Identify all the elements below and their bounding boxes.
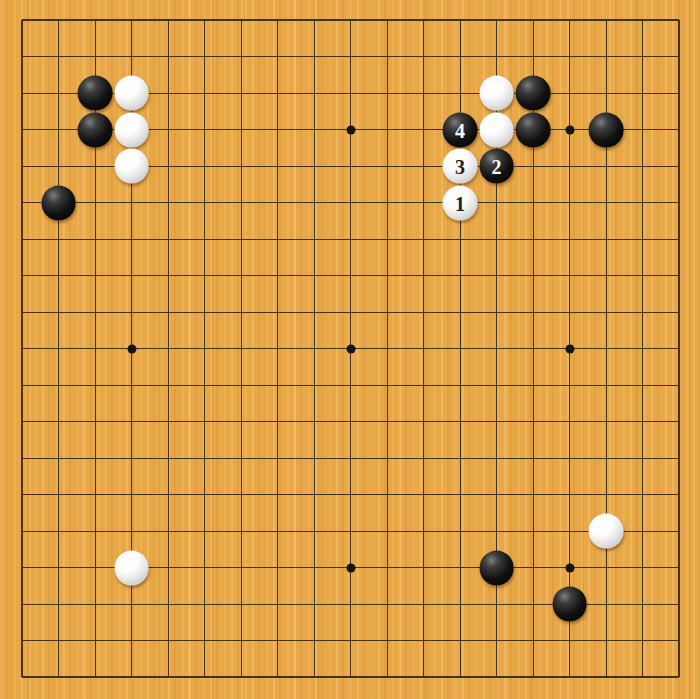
board-point[interactable] bbox=[186, 404, 223, 441]
board-point[interactable] bbox=[478, 221, 515, 258]
board-point[interactable] bbox=[186, 550, 223, 587]
board-point[interactable] bbox=[332, 148, 369, 185]
board-point[interactable] bbox=[223, 623, 260, 660]
board-point[interactable] bbox=[551, 148, 588, 185]
board-point[interactable] bbox=[551, 550, 588, 587]
board-point[interactable] bbox=[442, 39, 479, 76]
board-point[interactable] bbox=[186, 148, 223, 185]
board-point[interactable] bbox=[478, 112, 515, 149]
board-point[interactable] bbox=[296, 477, 333, 514]
board-point[interactable] bbox=[478, 75, 515, 112]
board-point[interactable] bbox=[40, 331, 77, 368]
board-point[interactable] bbox=[369, 513, 406, 550]
board-point[interactable] bbox=[588, 586, 625, 623]
board-point[interactable] bbox=[186, 367, 223, 404]
board-point[interactable] bbox=[296, 221, 333, 258]
board-point[interactable] bbox=[77, 331, 114, 368]
board-point[interactable] bbox=[332, 2, 369, 39]
board-point[interactable] bbox=[515, 331, 552, 368]
board-point[interactable] bbox=[661, 440, 698, 477]
board-point[interactable] bbox=[624, 513, 661, 550]
board-point[interactable] bbox=[369, 2, 406, 39]
board-point[interactable] bbox=[515, 367, 552, 404]
board-point[interactable] bbox=[442, 331, 479, 368]
board-point[interactable] bbox=[369, 221, 406, 258]
board-point[interactable] bbox=[186, 477, 223, 514]
board-point[interactable] bbox=[4, 550, 41, 587]
board-point[interactable] bbox=[369, 586, 406, 623]
board-point[interactable] bbox=[478, 39, 515, 76]
board-point[interactable] bbox=[40, 477, 77, 514]
board-point[interactable] bbox=[4, 258, 41, 295]
board-point[interactable] bbox=[77, 148, 114, 185]
board-point[interactable] bbox=[515, 39, 552, 76]
board-point[interactable] bbox=[186, 39, 223, 76]
board-point[interactable] bbox=[624, 331, 661, 368]
board-point[interactable] bbox=[588, 367, 625, 404]
board-point[interactable] bbox=[113, 112, 150, 149]
board-point[interactable] bbox=[296, 75, 333, 112]
board-point[interactable] bbox=[223, 440, 260, 477]
board-point[interactable] bbox=[40, 2, 77, 39]
board-point[interactable] bbox=[405, 550, 442, 587]
board-point[interactable] bbox=[4, 440, 41, 477]
board-point[interactable]: 2 bbox=[478, 148, 515, 185]
board-point[interactable] bbox=[186, 331, 223, 368]
board-point[interactable] bbox=[405, 221, 442, 258]
board-point[interactable] bbox=[259, 623, 296, 660]
board-point[interactable] bbox=[588, 477, 625, 514]
board-point[interactable] bbox=[588, 331, 625, 368]
board-point[interactable] bbox=[223, 477, 260, 514]
board-point[interactable] bbox=[77, 294, 114, 331]
board-point[interactable] bbox=[296, 331, 333, 368]
board-point[interactable] bbox=[113, 258, 150, 295]
board-point[interactable] bbox=[259, 258, 296, 295]
board-point[interactable] bbox=[478, 659, 515, 696]
board-point[interactable] bbox=[259, 39, 296, 76]
board-point[interactable] bbox=[624, 550, 661, 587]
board-point[interactable] bbox=[588, 623, 625, 660]
board-point[interactable] bbox=[259, 2, 296, 39]
board-point[interactable] bbox=[113, 294, 150, 331]
board-point[interactable] bbox=[150, 623, 187, 660]
board-point[interactable] bbox=[40, 185, 77, 222]
board-point[interactable] bbox=[405, 148, 442, 185]
board-point[interactable] bbox=[661, 513, 698, 550]
board-point[interactable] bbox=[661, 185, 698, 222]
board-point[interactable] bbox=[661, 623, 698, 660]
board-point[interactable] bbox=[551, 659, 588, 696]
board-point[interactable] bbox=[223, 367, 260, 404]
board-point[interactable] bbox=[624, 623, 661, 660]
board-point[interactable] bbox=[150, 258, 187, 295]
board-point[interactable] bbox=[332, 550, 369, 587]
board-point[interactable] bbox=[369, 550, 406, 587]
board-point[interactable] bbox=[332, 39, 369, 76]
board-point[interactable] bbox=[405, 185, 442, 222]
board-point[interactable] bbox=[40, 440, 77, 477]
board-point[interactable] bbox=[661, 258, 698, 295]
board-point[interactable] bbox=[369, 623, 406, 660]
board-point[interactable] bbox=[77, 440, 114, 477]
board-point[interactable] bbox=[551, 477, 588, 514]
board-point[interactable] bbox=[369, 659, 406, 696]
board-point[interactable] bbox=[150, 331, 187, 368]
board-point[interactable] bbox=[113, 148, 150, 185]
board-point[interactable] bbox=[661, 221, 698, 258]
board-point[interactable] bbox=[588, 185, 625, 222]
board-point[interactable] bbox=[296, 440, 333, 477]
board-point[interactable] bbox=[515, 477, 552, 514]
board-point[interactable] bbox=[4, 75, 41, 112]
board-point[interactable] bbox=[150, 185, 187, 222]
board-point[interactable] bbox=[515, 112, 552, 149]
board-point[interactable] bbox=[4, 367, 41, 404]
board-point[interactable] bbox=[4, 185, 41, 222]
board-point[interactable] bbox=[4, 513, 41, 550]
board-point[interactable] bbox=[223, 148, 260, 185]
board-point[interactable] bbox=[186, 221, 223, 258]
board-point[interactable] bbox=[296, 513, 333, 550]
board-point[interactable] bbox=[405, 477, 442, 514]
board-point[interactable] bbox=[588, 258, 625, 295]
board-point[interactable] bbox=[551, 112, 588, 149]
board-point[interactable] bbox=[77, 586, 114, 623]
board-point[interactable] bbox=[259, 112, 296, 149]
board-point[interactable] bbox=[624, 112, 661, 149]
board-point[interactable] bbox=[113, 659, 150, 696]
board-point[interactable] bbox=[405, 258, 442, 295]
board-point[interactable] bbox=[551, 586, 588, 623]
board-point[interactable] bbox=[223, 185, 260, 222]
board-point[interactable] bbox=[40, 623, 77, 660]
board-point[interactable] bbox=[624, 258, 661, 295]
board-point[interactable] bbox=[624, 404, 661, 441]
board-point[interactable] bbox=[369, 39, 406, 76]
board-point[interactable] bbox=[4, 477, 41, 514]
board-point[interactable] bbox=[4, 221, 41, 258]
board-point[interactable] bbox=[588, 75, 625, 112]
board-point[interactable] bbox=[77, 75, 114, 112]
board-point[interactable] bbox=[4, 659, 41, 696]
board-point[interactable] bbox=[661, 586, 698, 623]
board-point[interactable] bbox=[40, 586, 77, 623]
board-point[interactable] bbox=[223, 659, 260, 696]
board-point[interactable] bbox=[259, 550, 296, 587]
board-point[interactable] bbox=[442, 221, 479, 258]
board-point[interactable] bbox=[588, 2, 625, 39]
board-point[interactable] bbox=[478, 440, 515, 477]
board-point[interactable] bbox=[77, 404, 114, 441]
board-point[interactable] bbox=[150, 39, 187, 76]
board-point[interactable] bbox=[259, 148, 296, 185]
board-point[interactable] bbox=[551, 367, 588, 404]
board-point[interactable] bbox=[332, 440, 369, 477]
board-point[interactable] bbox=[661, 294, 698, 331]
board-point[interactable] bbox=[442, 440, 479, 477]
board-point[interactable] bbox=[150, 75, 187, 112]
board-point[interactable] bbox=[515, 623, 552, 660]
board-point[interactable] bbox=[551, 221, 588, 258]
board-point[interactable] bbox=[624, 185, 661, 222]
board-point[interactable] bbox=[259, 659, 296, 696]
board-point[interactable] bbox=[4, 586, 41, 623]
board-point[interactable] bbox=[186, 75, 223, 112]
board-point[interactable] bbox=[515, 659, 552, 696]
board-point[interactable] bbox=[296, 550, 333, 587]
board-point[interactable] bbox=[186, 623, 223, 660]
board-point[interactable] bbox=[332, 294, 369, 331]
board-point[interactable] bbox=[223, 513, 260, 550]
board-point[interactable] bbox=[4, 2, 41, 39]
board-point[interactable] bbox=[551, 440, 588, 477]
board-point[interactable] bbox=[113, 440, 150, 477]
board-point[interactable] bbox=[405, 75, 442, 112]
board-point[interactable] bbox=[150, 477, 187, 514]
board-point[interactable] bbox=[113, 39, 150, 76]
board-point[interactable] bbox=[624, 148, 661, 185]
board-point[interactable] bbox=[40, 367, 77, 404]
board-point[interactable] bbox=[186, 2, 223, 39]
board-point[interactable]: 3 bbox=[442, 148, 479, 185]
board-point[interactable] bbox=[369, 148, 406, 185]
board-point[interactable] bbox=[405, 623, 442, 660]
board-point[interactable] bbox=[661, 404, 698, 441]
board-point[interactable] bbox=[77, 367, 114, 404]
board-point[interactable] bbox=[661, 148, 698, 185]
board-point[interactable] bbox=[150, 294, 187, 331]
board-point[interactable]: 4 bbox=[442, 112, 479, 149]
board-point[interactable] bbox=[405, 2, 442, 39]
board-point[interactable] bbox=[624, 367, 661, 404]
board-point[interactable] bbox=[186, 586, 223, 623]
board-point[interactable] bbox=[442, 586, 479, 623]
board-point[interactable] bbox=[4, 294, 41, 331]
board-point[interactable] bbox=[332, 477, 369, 514]
board-point[interactable] bbox=[113, 367, 150, 404]
board-point[interactable] bbox=[405, 39, 442, 76]
board-point[interactable] bbox=[332, 75, 369, 112]
board-point[interactable] bbox=[40, 258, 77, 295]
board-point[interactable] bbox=[551, 404, 588, 441]
board-point[interactable] bbox=[624, 221, 661, 258]
board-point[interactable] bbox=[113, 550, 150, 587]
board-point[interactable] bbox=[296, 367, 333, 404]
board-point[interactable] bbox=[296, 39, 333, 76]
board-point[interactable] bbox=[515, 258, 552, 295]
board-point[interactable] bbox=[442, 513, 479, 550]
board-point[interactable] bbox=[515, 513, 552, 550]
board-point[interactable] bbox=[624, 659, 661, 696]
board-point[interactable] bbox=[624, 39, 661, 76]
board-point[interactable] bbox=[478, 367, 515, 404]
board-point[interactable] bbox=[150, 440, 187, 477]
board-point[interactable] bbox=[588, 148, 625, 185]
board-point[interactable] bbox=[259, 331, 296, 368]
board-point[interactable] bbox=[40, 112, 77, 149]
board-point[interactable] bbox=[405, 586, 442, 623]
board-point[interactable] bbox=[259, 221, 296, 258]
board-point[interactable] bbox=[296, 586, 333, 623]
board-point[interactable] bbox=[661, 39, 698, 76]
board-point[interactable] bbox=[478, 586, 515, 623]
board-point[interactable] bbox=[150, 221, 187, 258]
board-point[interactable] bbox=[551, 331, 588, 368]
board-point[interactable] bbox=[551, 185, 588, 222]
board-point[interactable] bbox=[624, 440, 661, 477]
board-point[interactable] bbox=[588, 294, 625, 331]
board-point[interactable] bbox=[405, 294, 442, 331]
board-point[interactable] bbox=[551, 258, 588, 295]
board-point[interactable] bbox=[223, 258, 260, 295]
board-point[interactable] bbox=[588, 550, 625, 587]
board-point[interactable] bbox=[4, 623, 41, 660]
board-point[interactable] bbox=[588, 404, 625, 441]
board-point[interactable] bbox=[515, 550, 552, 587]
board-point[interactable] bbox=[259, 294, 296, 331]
board-point[interactable] bbox=[551, 75, 588, 112]
board-point[interactable] bbox=[223, 331, 260, 368]
board-point[interactable] bbox=[332, 513, 369, 550]
board-point[interactable] bbox=[77, 550, 114, 587]
board-point[interactable] bbox=[150, 513, 187, 550]
board-point[interactable] bbox=[405, 404, 442, 441]
board-point[interactable] bbox=[77, 221, 114, 258]
board-point[interactable] bbox=[223, 294, 260, 331]
board-point[interactable] bbox=[150, 148, 187, 185]
board-point[interactable] bbox=[186, 513, 223, 550]
board-point[interactable] bbox=[369, 185, 406, 222]
board-point[interactable] bbox=[515, 440, 552, 477]
board-point[interactable] bbox=[77, 112, 114, 149]
board-point[interactable] bbox=[186, 294, 223, 331]
board-point[interactable] bbox=[332, 331, 369, 368]
board-point[interactable] bbox=[369, 404, 406, 441]
board-point[interactable] bbox=[332, 185, 369, 222]
board-point[interactable] bbox=[332, 221, 369, 258]
board-point[interactable] bbox=[4, 112, 41, 149]
board-point[interactable] bbox=[296, 659, 333, 696]
board-point[interactable] bbox=[369, 477, 406, 514]
board-point[interactable] bbox=[442, 550, 479, 587]
board-point[interactable] bbox=[77, 39, 114, 76]
board-point[interactable] bbox=[113, 623, 150, 660]
board-point[interactable] bbox=[661, 477, 698, 514]
board-point[interactable] bbox=[442, 659, 479, 696]
board-point[interactable] bbox=[77, 623, 114, 660]
board-point[interactable] bbox=[332, 367, 369, 404]
board-point[interactable] bbox=[515, 221, 552, 258]
board-point[interactable] bbox=[624, 2, 661, 39]
board-point[interactable] bbox=[332, 623, 369, 660]
board-point[interactable] bbox=[113, 477, 150, 514]
board-point[interactable] bbox=[661, 2, 698, 39]
board-point[interactable] bbox=[259, 404, 296, 441]
board-point[interactable] bbox=[150, 404, 187, 441]
board-point[interactable] bbox=[624, 586, 661, 623]
board-point[interactable] bbox=[77, 659, 114, 696]
board-point[interactable] bbox=[551, 294, 588, 331]
board-point[interactable] bbox=[551, 2, 588, 39]
board-point[interactable] bbox=[661, 75, 698, 112]
board-point[interactable] bbox=[405, 367, 442, 404]
board-point[interactable] bbox=[223, 2, 260, 39]
board-point[interactable] bbox=[4, 404, 41, 441]
board-point[interactable] bbox=[551, 623, 588, 660]
board-point[interactable]: 1 bbox=[442, 185, 479, 222]
board-point[interactable] bbox=[77, 185, 114, 222]
board-point[interactable] bbox=[442, 404, 479, 441]
board-point[interactable] bbox=[223, 550, 260, 587]
board-point[interactable] bbox=[369, 112, 406, 149]
board-point[interactable] bbox=[442, 477, 479, 514]
board-point[interactable] bbox=[113, 404, 150, 441]
board-point[interactable] bbox=[40, 221, 77, 258]
board-point[interactable] bbox=[259, 367, 296, 404]
board-point[interactable] bbox=[77, 258, 114, 295]
board-point[interactable] bbox=[478, 623, 515, 660]
board-point[interactable] bbox=[588, 659, 625, 696]
board-point[interactable] bbox=[113, 513, 150, 550]
board-point[interactable] bbox=[442, 75, 479, 112]
board-point[interactable] bbox=[150, 2, 187, 39]
board-point[interactable] bbox=[369, 331, 406, 368]
board-point[interactable] bbox=[150, 659, 187, 696]
board-point[interactable] bbox=[296, 404, 333, 441]
board-point[interactable] bbox=[40, 404, 77, 441]
board-point[interactable] bbox=[661, 331, 698, 368]
board-point[interactable] bbox=[588, 513, 625, 550]
board-point[interactable] bbox=[259, 440, 296, 477]
board-point[interactable] bbox=[150, 550, 187, 587]
board-point[interactable] bbox=[40, 659, 77, 696]
board-point[interactable] bbox=[186, 659, 223, 696]
board-point[interactable] bbox=[77, 513, 114, 550]
board-point[interactable] bbox=[515, 586, 552, 623]
board-point[interactable] bbox=[186, 185, 223, 222]
board-point[interactable] bbox=[478, 513, 515, 550]
board-point[interactable] bbox=[515, 75, 552, 112]
board-point[interactable] bbox=[405, 331, 442, 368]
board-point[interactable] bbox=[661, 367, 698, 404]
board-point[interactable] bbox=[405, 513, 442, 550]
board-point[interactable] bbox=[40, 550, 77, 587]
board-point[interactable] bbox=[478, 404, 515, 441]
board-point[interactable] bbox=[40, 294, 77, 331]
board-point[interactable] bbox=[259, 477, 296, 514]
board-point[interactable] bbox=[478, 477, 515, 514]
board-point[interactable] bbox=[478, 550, 515, 587]
board-point[interactable] bbox=[442, 258, 479, 295]
board-point[interactable] bbox=[478, 258, 515, 295]
board-point[interactable] bbox=[478, 331, 515, 368]
board-point[interactable] bbox=[442, 367, 479, 404]
board-point[interactable] bbox=[4, 39, 41, 76]
board-point[interactable] bbox=[588, 221, 625, 258]
board-point[interactable] bbox=[186, 258, 223, 295]
board-point[interactable] bbox=[369, 440, 406, 477]
board-point[interactable] bbox=[661, 550, 698, 587]
board-point[interactable] bbox=[150, 112, 187, 149]
board-point[interactable] bbox=[223, 75, 260, 112]
board-point[interactable] bbox=[223, 112, 260, 149]
board-point[interactable] bbox=[661, 659, 698, 696]
board-point[interactable] bbox=[4, 148, 41, 185]
board-point[interactable] bbox=[515, 294, 552, 331]
board-point[interactable] bbox=[259, 586, 296, 623]
board-point[interactable] bbox=[405, 659, 442, 696]
